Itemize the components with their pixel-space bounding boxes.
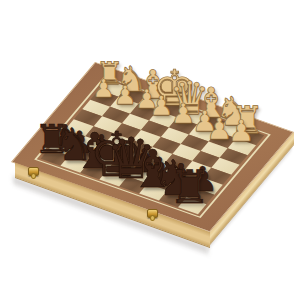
pieces-layer: ♜♞♝♛♚♝♞♜♟♟♟♟♟♟♟♟♟♟♟♟♟♟♟♟♜♞♝♛♚♝♞♜: [0, 0, 300, 300]
chess-set-photo: ♜♞♝♛♚♝♞♜♟♟♟♟♟♟♟♟♟♟♟♟♟♟♟♟♜♞♝♛♚♝♞♜: [0, 0, 300, 300]
piece-white-pawn[interactable]: ♟: [92, 76, 115, 101]
piece-black-rook[interactable]: ♜: [169, 164, 210, 210]
piece-white-pawn[interactable]: ♟: [113, 83, 136, 109]
piece-white-pawn[interactable]: ♟: [228, 117, 254, 146]
